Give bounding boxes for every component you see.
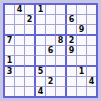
cell-r6c7[interactable]	[67, 56, 77, 67]
cell-r3c9[interactable]	[87, 25, 96, 36]
board-row-6: 1	[5, 56, 96, 67]
cell-r7c6[interactable]	[56, 67, 67, 77]
cell-r6c5[interactable]	[46, 56, 56, 67]
cell-r8c2[interactable]	[15, 77, 25, 87]
cell-r4c5[interactable]	[46, 36, 56, 46]
cell-r8c8[interactable]	[77, 77, 87, 87]
sudoku-board-frame: 41269782691351244	[3, 3, 98, 98]
cell-r4c7[interactable]: 2	[67, 36, 77, 46]
board-row-3: 9	[5, 25, 96, 36]
cell-r4c2[interactable]	[15, 36, 25, 46]
cell-r1c6[interactable]	[56, 5, 67, 15]
cell-r2c2[interactable]	[15, 15, 25, 25]
board-row-1: 41	[5, 5, 96, 15]
cell-r4c3[interactable]	[25, 36, 36, 46]
cell-r5c3[interactable]	[25, 46, 36, 56]
board-row-2: 26	[5, 15, 96, 25]
cell-r4c4[interactable]	[36, 36, 46, 46]
cell-r3c6[interactable]	[56, 25, 67, 36]
cell-r8c6[interactable]	[56, 77, 67, 87]
cell-r9c6[interactable]	[56, 87, 67, 96]
cell-r7c1[interactable]: 3	[5, 67, 15, 77]
cell-r4c9[interactable]	[87, 36, 96, 46]
cell-r6c3[interactable]	[25, 56, 36, 67]
cell-r7c9[interactable]	[87, 67, 96, 77]
cell-r9c5[interactable]	[46, 87, 56, 96]
cell-r7c8[interactable]: 1	[77, 67, 87, 77]
cell-r9c9[interactable]	[87, 87, 96, 96]
cell-r2c1[interactable]	[5, 15, 15, 25]
cell-r9c3[interactable]	[25, 87, 36, 96]
cell-r8c1[interactable]	[5, 77, 15, 87]
cell-r3c5[interactable]	[46, 25, 56, 36]
cell-r4c1[interactable]: 7	[5, 36, 15, 46]
cell-r6c2[interactable]	[15, 56, 25, 67]
cell-r5c8[interactable]	[77, 46, 87, 56]
cell-r3c2[interactable]	[15, 25, 25, 36]
cell-r2c8[interactable]	[77, 15, 87, 25]
cell-r7c7[interactable]	[67, 67, 77, 77]
cell-r8c7[interactable]	[67, 77, 77, 87]
cell-r1c5[interactable]	[46, 5, 56, 15]
cell-r1c1[interactable]	[5, 5, 15, 15]
cell-r5c9[interactable]	[87, 46, 96, 56]
cell-r7c3[interactable]	[25, 67, 36, 77]
cell-r9c1[interactable]	[5, 87, 15, 96]
board-row-5: 69	[5, 46, 96, 56]
sudoku-board: 41269782691351244	[5, 5, 96, 96]
cell-r2c5[interactable]	[46, 15, 56, 25]
cell-r7c2[interactable]	[15, 67, 25, 77]
cell-r8c5[interactable]: 2	[46, 77, 56, 87]
cell-r6c6[interactable]	[56, 56, 67, 67]
cell-r5c6[interactable]	[56, 46, 67, 56]
board-row-8: 24	[5, 77, 96, 87]
cell-r6c1[interactable]: 1	[5, 56, 15, 67]
cell-r4c8[interactable]	[77, 36, 87, 46]
cell-r9c2[interactable]	[15, 87, 25, 96]
cell-r1c9[interactable]	[87, 5, 96, 15]
cell-r7c5[interactable]	[46, 67, 56, 77]
cell-r3c3[interactable]	[25, 25, 36, 36]
cell-r2c4[interactable]	[36, 15, 46, 25]
cell-r3c7[interactable]	[67, 25, 77, 36]
cell-r5c5[interactable]: 6	[46, 46, 56, 56]
cell-r6c4[interactable]	[36, 56, 46, 67]
cell-r2c7[interactable]: 6	[67, 15, 77, 25]
cell-r5c2[interactable]	[15, 46, 25, 56]
cell-r1c4[interactable]: 1	[36, 5, 46, 15]
board-row-9: 4	[5, 87, 96, 96]
cell-r1c7[interactable]	[67, 5, 77, 15]
cell-r1c2[interactable]: 4	[15, 5, 25, 15]
cell-r1c8[interactable]	[77, 5, 87, 15]
cell-r5c1[interactable]	[5, 46, 15, 56]
cell-r8c9[interactable]: 4	[87, 77, 96, 87]
cell-r2c3[interactable]: 2	[25, 15, 36, 25]
cell-r2c9[interactable]	[87, 15, 96, 25]
board-row-4: 782	[5, 36, 96, 46]
cell-r9c7[interactable]	[67, 87, 77, 96]
cell-r3c1[interactable]	[5, 25, 15, 36]
cell-r9c4[interactable]: 4	[36, 87, 46, 96]
cell-r6c8[interactable]	[77, 56, 87, 67]
cell-r2c6[interactable]	[56, 15, 67, 25]
board-row-7: 351	[5, 67, 96, 77]
cell-r4c6[interactable]: 8	[56, 36, 67, 46]
cell-r5c4[interactable]	[36, 46, 46, 56]
cell-r1c3[interactable]	[25, 5, 36, 15]
cell-r8c4[interactable]	[36, 77, 46, 87]
cell-r9c8[interactable]	[77, 87, 87, 96]
cell-r6c9[interactable]	[87, 56, 96, 67]
cell-r5c7[interactable]: 9	[67, 46, 77, 56]
cell-r3c8[interactable]: 9	[77, 25, 87, 36]
sudoku-screen: 41269782691351244	[0, 0, 101, 101]
cell-r8c3[interactable]	[25, 77, 36, 87]
cell-r3c4[interactable]	[36, 25, 46, 36]
cell-r7c4[interactable]: 5	[36, 67, 46, 77]
